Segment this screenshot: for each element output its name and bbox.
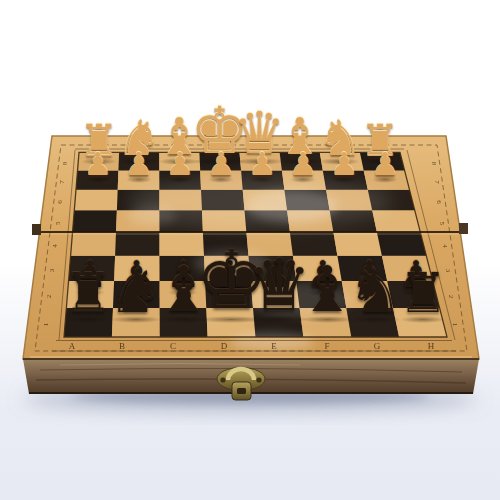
latch-screw-right xyxy=(256,377,261,382)
square-f4 xyxy=(290,232,338,256)
square-b2 xyxy=(113,281,160,308)
rank-label-right-8: 8 xyxy=(430,162,438,166)
file-label-g: G xyxy=(374,341,381,351)
rank-label-left-8: 8 xyxy=(61,161,69,165)
square-c1 xyxy=(160,308,208,337)
rank-label-right-3: 3 xyxy=(444,269,452,273)
file-label-d: D xyxy=(221,341,228,351)
square-b4 xyxy=(115,232,159,256)
rank-label-left-5: 5 xyxy=(54,221,62,225)
square-d2 xyxy=(205,281,253,308)
square-g4 xyxy=(333,232,382,256)
square-f3 xyxy=(293,256,342,281)
square-c4 xyxy=(160,232,205,256)
rank-label-left-3: 3 xyxy=(48,268,56,272)
square-a3 xyxy=(69,256,116,281)
square-f8 xyxy=(280,152,323,170)
latch-hook-hole xyxy=(237,388,246,394)
square-b8 xyxy=(118,152,159,170)
square-g8 xyxy=(320,152,364,170)
square-d8 xyxy=(199,152,241,170)
square-d1 xyxy=(206,308,255,337)
square-h8 xyxy=(360,152,405,170)
rank-label-right-4: 4 xyxy=(441,244,449,248)
square-c2 xyxy=(160,281,207,308)
hinge-tab-left xyxy=(32,224,41,235)
chess-board-photo: ABCDEFGH1122334455667788 xyxy=(0,0,500,500)
square-a1 xyxy=(64,308,113,337)
rank-label-left-1: 1 xyxy=(42,322,50,326)
square-h2 xyxy=(387,281,439,308)
square-a8 xyxy=(78,152,120,170)
square-h4 xyxy=(377,232,426,256)
square-h5 xyxy=(372,210,420,232)
square-a6 xyxy=(74,190,117,211)
square-b1 xyxy=(112,308,160,337)
square-b3 xyxy=(114,256,160,281)
rank-label-right-6: 6 xyxy=(435,200,443,204)
square-c8 xyxy=(159,152,200,170)
rank-label-right-7: 7 xyxy=(433,180,441,184)
hinge-tab-right xyxy=(459,223,468,234)
square-e8 xyxy=(240,152,282,170)
file-label-e: E xyxy=(271,341,277,351)
file-label-h: H xyxy=(428,341,435,351)
file-label-a: A xyxy=(69,341,76,351)
file-label-f: F xyxy=(324,341,329,351)
rank-label-right-2: 2 xyxy=(447,295,455,299)
rank-label-left-2: 2 xyxy=(45,294,53,298)
latch-screw-left xyxy=(220,377,225,382)
square-a4 xyxy=(71,232,116,256)
square-h1 xyxy=(393,308,447,337)
square-a7 xyxy=(76,170,118,189)
file-label-b: B xyxy=(119,341,125,351)
rank-label-left-4: 4 xyxy=(51,244,59,248)
file-label-c: C xyxy=(170,341,176,351)
square-h3 xyxy=(382,256,433,281)
square-h7 xyxy=(364,170,410,189)
product-photo-stage: ABCDEFGH1122334455667788 ♜♞♝♚♛♝♞♜♟♟♟♟♟♟♟… xyxy=(0,0,500,500)
square-a5 xyxy=(73,210,117,232)
square-g3 xyxy=(337,256,387,281)
rank-label-left-6: 6 xyxy=(56,200,64,204)
rank-label-left-7: 7 xyxy=(58,180,66,184)
square-a2 xyxy=(66,281,114,308)
rank-label-right-5: 5 xyxy=(438,222,446,226)
square-g1 xyxy=(346,308,399,337)
rank-label-right-1: 1 xyxy=(451,323,459,327)
